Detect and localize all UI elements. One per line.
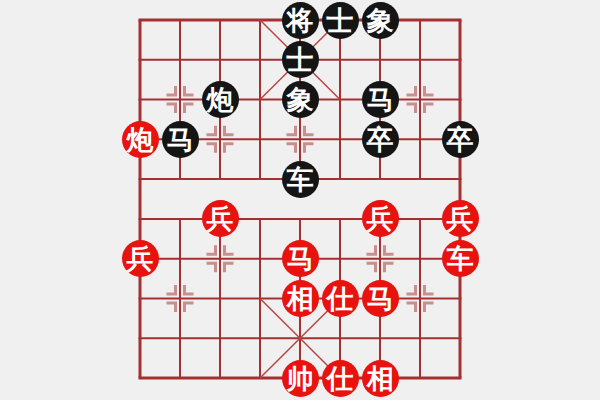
xiangqi-board[interactable]: 将士象士炮象马炮马卒卒车兵兵兵兵马车相仕马帅仕相 (0, 0, 600, 400)
black-horse-piece[interactable]: 马 (162, 121, 199, 158)
black-soldier-piece[interactable]: 卒 (362, 121, 399, 158)
red-soldier-piece[interactable]: 兵 (202, 200, 239, 237)
red-horse-piece[interactable]: 马 (282, 240, 319, 277)
red-advisor-piece[interactable]: 仕 (322, 360, 359, 397)
red-soldier-piece[interactable]: 兵 (362, 200, 399, 237)
app-background: 将士象士炮象马炮马卒卒车兵兵兵兵马车相仕马帅仕相 (0, 0, 600, 400)
black-advisor-piece[interactable]: 士 (322, 2, 359, 39)
red-chariot-piece[interactable]: 车 (442, 240, 479, 277)
red-cannon-piece[interactable]: 炮 (122, 121, 159, 158)
black-elephant-piece[interactable]: 象 (282, 81, 319, 118)
red-advisor-piece[interactable]: 仕 (322, 280, 359, 317)
red-elephant-piece[interactable]: 相 (362, 360, 399, 397)
red-elephant-piece[interactable]: 相 (282, 280, 319, 317)
black-cannon-piece[interactable]: 炮 (202, 81, 239, 118)
black-elephant-piece[interactable]: 象 (362, 2, 399, 39)
black-general-piece[interactable]: 将 (282, 2, 319, 39)
black-soldier-piece[interactable]: 卒 (442, 121, 479, 158)
red-soldier-piece[interactable]: 兵 (442, 200, 479, 237)
black-chariot-piece[interactable]: 车 (282, 161, 319, 198)
red-horse-piece[interactable]: 马 (362, 280, 399, 317)
red-general-piece[interactable]: 帅 (282, 360, 319, 397)
black-advisor-piece[interactable]: 士 (282, 41, 319, 78)
red-soldier-piece[interactable]: 兵 (122, 240, 159, 277)
black-horse-piece[interactable]: 马 (362, 81, 399, 118)
